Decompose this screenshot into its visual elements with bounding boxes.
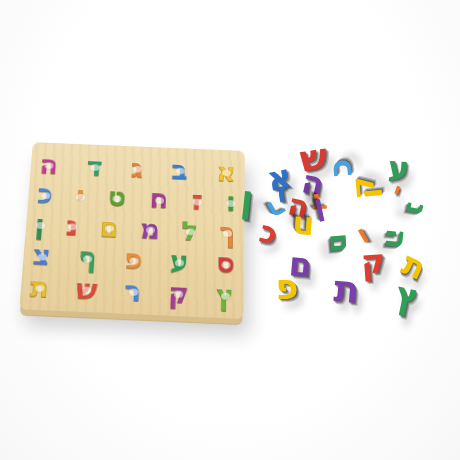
letter-piece: פ <box>276 270 299 305</box>
letter-piece: ק <box>359 244 386 279</box>
letter-piece: ן <box>239 180 255 217</box>
loose-pieces-pile: שכעאהקןזהינרדןחכוםהםקתפתץ <box>0 0 460 460</box>
letter-piece: נ <box>401 200 431 217</box>
letter-piece: כ <box>256 216 280 249</box>
letter-piece: כ <box>323 158 356 179</box>
letter-piece: ץ <box>392 276 422 315</box>
letter-piece: ח <box>291 211 315 244</box>
letter-piece: ה <box>380 227 412 250</box>
product-photo: אבגדהוזחטיכךלמםנןסעפףצץקרשת שכעאהקןזהינר… <box>0 0 460 460</box>
letter-piece: ת <box>332 269 360 308</box>
letter-piece: ם <box>325 232 355 254</box>
letter-piece: ק <box>346 175 380 201</box>
